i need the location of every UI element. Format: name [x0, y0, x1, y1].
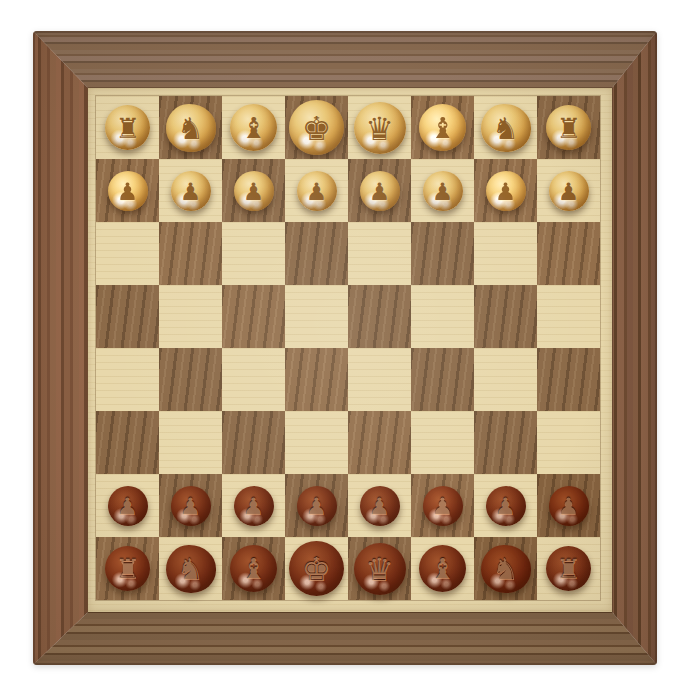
- square-h8[interactable]: ♜: [96, 537, 159, 600]
- square-a8[interactable]: ♜: [537, 537, 600, 600]
- square-f5[interactable]: [222, 348, 285, 411]
- bishop-glyph: ♝: [430, 114, 456, 143]
- pawn-glyph: ♟: [558, 495, 580, 519]
- square-e5[interactable]: [285, 348, 348, 411]
- square-d6[interactable]: [348, 411, 411, 474]
- square-g6[interactable]: [159, 411, 222, 474]
- square-b4[interactable]: [474, 285, 537, 348]
- square-a5[interactable]: [537, 348, 600, 411]
- square-d1[interactable]: ♛: [348, 96, 411, 159]
- pawn-glyph: ♟: [243, 180, 265, 204]
- pawn-glyph: ♟: [495, 180, 517, 204]
- square-g4[interactable]: [159, 285, 222, 348]
- pawn-glyph: ♟: [180, 495, 202, 519]
- square-h1[interactable]: ♜: [96, 96, 159, 159]
- pawn-glyph: ♟: [369, 495, 391, 519]
- square-a1[interactable]: ♜: [537, 96, 600, 159]
- piece-black-rook[interactable]: ♜: [105, 546, 150, 591]
- piece-black-pawn[interactable]: ♟: [360, 486, 400, 526]
- square-e2[interactable]: ♟: [285, 159, 348, 222]
- square-a3[interactable]: [537, 222, 600, 285]
- square-f8[interactable]: ♝: [222, 537, 285, 600]
- square-d3[interactable]: [348, 222, 411, 285]
- pawn-glyph: ♟: [306, 180, 328, 204]
- square-e6[interactable]: [285, 411, 348, 474]
- piece-white-bishop[interactable]: ♝: [419, 104, 466, 151]
- pawn-glyph: ♟: [117, 495, 139, 519]
- square-h7[interactable]: ♟: [96, 474, 159, 537]
- piece-black-bishop[interactable]: ♝: [419, 545, 466, 592]
- square-g5[interactable]: [159, 348, 222, 411]
- piece-black-queen[interactable]: ♛: [354, 543, 406, 595]
- square-b5[interactable]: [474, 348, 537, 411]
- square-b2[interactable]: ♟: [474, 159, 537, 222]
- square-f3[interactable]: [222, 222, 285, 285]
- square-c5[interactable]: [411, 348, 474, 411]
- pawn-glyph: ♟: [180, 180, 202, 204]
- square-f7[interactable]: ♟: [222, 474, 285, 537]
- square-c1[interactable]: ♝: [411, 96, 474, 159]
- square-g7[interactable]: ♟: [159, 474, 222, 537]
- pawn-glyph: ♟: [432, 180, 454, 204]
- piece-black-pawn[interactable]: ♟: [423, 486, 463, 526]
- square-c2[interactable]: ♟: [411, 159, 474, 222]
- square-a7[interactable]: ♟: [537, 474, 600, 537]
- square-g3[interactable]: [159, 222, 222, 285]
- piece-black-king[interactable]: ♚: [289, 541, 344, 596]
- square-g8[interactable]: ♞: [159, 537, 222, 600]
- piece-white-bishop[interactable]: ♝: [230, 104, 277, 151]
- knight-glyph: ♞: [177, 555, 204, 585]
- piece-white-king[interactable]: ♚: [289, 100, 344, 155]
- square-h5[interactable]: [96, 348, 159, 411]
- pawn-glyph: ♟: [432, 495, 454, 519]
- queen-glyph: ♛: [365, 113, 394, 145]
- square-c8[interactable]: ♝: [411, 537, 474, 600]
- square-a4[interactable]: [537, 285, 600, 348]
- square-d5[interactable]: [348, 348, 411, 411]
- piece-black-pawn[interactable]: ♟: [234, 486, 274, 526]
- piece-white-queen[interactable]: ♛: [354, 102, 406, 154]
- king-glyph: ♚: [302, 553, 332, 586]
- square-h2[interactable]: ♟: [96, 159, 159, 222]
- knight-glyph: ♞: [492, 114, 519, 144]
- square-c6[interactable]: [411, 411, 474, 474]
- pawn-glyph: ♟: [369, 180, 391, 204]
- piece-black-pawn[interactable]: ♟: [297, 486, 337, 526]
- square-d7[interactable]: ♟: [348, 474, 411, 537]
- square-d4[interactable]: [348, 285, 411, 348]
- pawn-glyph: ♟: [558, 180, 580, 204]
- chess-board[interactable]: ♜♞♝♚♛♝♞♜♟♟♟♟♟♟♟♟♟♟♟♟♟♟♟♟♜♞♝♚♛♝♞♜: [96, 96, 600, 600]
- rook-glyph: ♜: [115, 115, 140, 143]
- square-h3[interactable]: [96, 222, 159, 285]
- square-b1[interactable]: ♞: [474, 96, 537, 159]
- piece-black-rook[interactable]: ♜: [546, 546, 591, 591]
- square-b3[interactable]: [474, 222, 537, 285]
- piece-white-pawn[interactable]: ♟: [360, 171, 400, 211]
- square-e1[interactable]: ♚: [285, 96, 348, 159]
- piece-black-pawn[interactable]: ♟: [171, 486, 211, 526]
- queen-glyph: ♛: [365, 554, 394, 586]
- square-g2[interactable]: ♟: [159, 159, 222, 222]
- square-f1[interactable]: ♝: [222, 96, 285, 159]
- piece-white-pawn[interactable]: ♟: [234, 171, 274, 211]
- square-h4[interactable]: [96, 285, 159, 348]
- square-d8[interactable]: ♛: [348, 537, 411, 600]
- king-glyph: ♚: [302, 112, 332, 145]
- rook-glyph: ♜: [115, 556, 140, 584]
- piece-black-pawn[interactable]: ♟: [549, 486, 589, 526]
- knight-glyph: ♞: [492, 555, 519, 585]
- bishop-glyph: ♝: [430, 555, 456, 584]
- square-g1[interactable]: ♞: [159, 96, 222, 159]
- square-a2[interactable]: ♟: [537, 159, 600, 222]
- piece-white-pawn[interactable]: ♟: [423, 171, 463, 211]
- pawn-glyph: ♟: [243, 495, 265, 519]
- knight-glyph: ♞: [177, 114, 204, 144]
- piece-white-pawn[interactable]: ♟: [171, 171, 211, 211]
- pawn-glyph: ♟: [117, 180, 139, 204]
- piece-white-rook[interactable]: ♜: [105, 105, 150, 150]
- square-a6[interactable]: [537, 411, 600, 474]
- square-c3[interactable]: [411, 222, 474, 285]
- piece-white-knight[interactable]: ♞: [481, 104, 531, 152]
- square-c7[interactable]: ♟: [411, 474, 474, 537]
- square-e7[interactable]: ♟: [285, 474, 348, 537]
- square-f2[interactable]: ♟: [222, 159, 285, 222]
- piece-white-pawn[interactable]: ♟: [297, 171, 337, 211]
- pawn-glyph: ♟: [306, 495, 328, 519]
- square-f6[interactable]: [222, 411, 285, 474]
- piece-white-pawn[interactable]: ♟: [486, 171, 526, 211]
- square-e4[interactable]: [285, 285, 348, 348]
- square-b8[interactable]: ♞: [474, 537, 537, 600]
- bishop-glyph: ♝: [241, 555, 267, 584]
- piece-black-bishop[interactable]: ♝: [230, 545, 277, 592]
- square-b7[interactable]: ♟: [474, 474, 537, 537]
- pawn-glyph: ♟: [495, 495, 517, 519]
- piece-white-pawn[interactable]: ♟: [108, 171, 148, 211]
- square-f4[interactable]: [222, 285, 285, 348]
- rook-glyph: ♜: [556, 115, 581, 143]
- piece-black-pawn[interactable]: ♟: [108, 486, 148, 526]
- square-b6[interactable]: [474, 411, 537, 474]
- rook-glyph: ♜: [556, 556, 581, 584]
- piece-white-knight[interactable]: ♞: [166, 104, 216, 152]
- square-c4[interactable]: [411, 285, 474, 348]
- square-e8[interactable]: ♚: [285, 537, 348, 600]
- bishop-glyph: ♝: [241, 114, 267, 143]
- square-d2[interactable]: ♟: [348, 159, 411, 222]
- square-e3[interactable]: [285, 222, 348, 285]
- square-h6[interactable]: [96, 411, 159, 474]
- piece-white-pawn[interactable]: ♟: [549, 171, 589, 211]
- piece-black-knight[interactable]: ♞: [481, 545, 531, 593]
- piece-white-rook[interactable]: ♜: [546, 105, 591, 150]
- piece-black-pawn[interactable]: ♟: [486, 486, 526, 526]
- piece-black-knight[interactable]: ♞: [166, 545, 216, 593]
